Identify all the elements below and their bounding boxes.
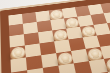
checkers-board [0,0,110,73]
board-frame [0,0,110,73]
board-grid [8,2,110,73]
photo-background [0,0,110,73]
